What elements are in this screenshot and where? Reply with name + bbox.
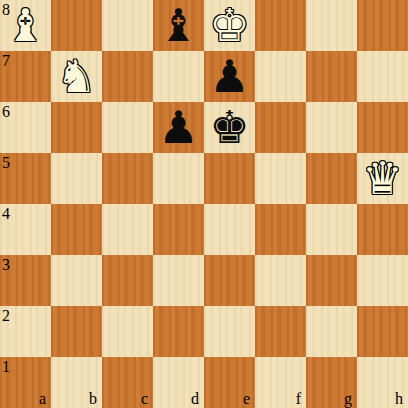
rank-label-1: 1 [2, 359, 10, 375]
square-a7[interactable]: 7 [0, 51, 51, 102]
square-h8[interactable] [357, 0, 408, 51]
square-h6[interactable] [357, 102, 408, 153]
square-h4[interactable] [357, 204, 408, 255]
square-e4[interactable] [204, 204, 255, 255]
chess-board: 8♝♝♚7♞♟6♟♚5♛4321abcdefgh [0, 0, 408, 408]
square-c5[interactable] [102, 153, 153, 204]
rank-label-4: 4 [2, 206, 10, 222]
white-knight[interactable]: ♞ [56, 51, 96, 102]
square-f6[interactable] [255, 102, 306, 153]
square-d7[interactable] [153, 51, 204, 102]
square-a4[interactable]: 4 [0, 204, 51, 255]
square-h5[interactable]: ♛ [357, 153, 408, 204]
file-label-b: b [89, 391, 97, 407]
square-h3[interactable] [357, 255, 408, 306]
file-label-d: d [191, 391, 199, 407]
square-g1[interactable]: g [306, 357, 357, 408]
square-b3[interactable] [51, 255, 102, 306]
square-f5[interactable] [255, 153, 306, 204]
black-pawn[interactable]: ♟ [209, 51, 249, 102]
black-bishop[interactable]: ♝ [158, 0, 198, 51]
square-e7[interactable]: ♟ [204, 51, 255, 102]
file-label-a: a [39, 391, 46, 407]
square-e8[interactable]: ♚ [204, 0, 255, 51]
rank-label-2: 2 [2, 308, 10, 324]
white-king[interactable]: ♚ [209, 0, 249, 51]
square-d3[interactable] [153, 255, 204, 306]
square-a3[interactable]: 3 [0, 255, 51, 306]
square-b5[interactable] [51, 153, 102, 204]
square-a6[interactable]: 6 [0, 102, 51, 153]
square-c1[interactable]: c [102, 357, 153, 408]
file-label-f: f [296, 391, 301, 407]
white-bishop[interactable]: ♝ [5, 0, 45, 51]
rank-label-5: 5 [2, 155, 10, 171]
square-a2[interactable]: 2 [0, 306, 51, 357]
square-f2[interactable] [255, 306, 306, 357]
square-b8[interactable] [51, 0, 102, 51]
square-c2[interactable] [102, 306, 153, 357]
square-a8[interactable]: 8♝ [0, 0, 51, 51]
square-f4[interactable] [255, 204, 306, 255]
square-h7[interactable] [357, 51, 408, 102]
square-c4[interactable] [102, 204, 153, 255]
square-e3[interactable] [204, 255, 255, 306]
square-f8[interactable] [255, 0, 306, 51]
file-label-h: h [395, 391, 403, 407]
square-b6[interactable] [51, 102, 102, 153]
square-e2[interactable] [204, 306, 255, 357]
black-pawn[interactable]: ♟ [158, 102, 198, 153]
black-king[interactable]: ♚ [209, 102, 249, 153]
square-f3[interactable] [255, 255, 306, 306]
square-d6[interactable]: ♟ [153, 102, 204, 153]
square-d4[interactable] [153, 204, 204, 255]
square-d5[interactable] [153, 153, 204, 204]
square-g3[interactable] [306, 255, 357, 306]
square-d1[interactable]: d [153, 357, 204, 408]
square-d2[interactable] [153, 306, 204, 357]
file-label-c: c [141, 391, 148, 407]
square-c8[interactable] [102, 0, 153, 51]
square-c6[interactable] [102, 102, 153, 153]
square-b7[interactable]: ♞ [51, 51, 102, 102]
square-g8[interactable] [306, 0, 357, 51]
rank-label-3: 3 [2, 257, 10, 273]
file-label-g: g [344, 391, 352, 407]
square-g4[interactable] [306, 204, 357, 255]
square-g2[interactable] [306, 306, 357, 357]
square-h1[interactable]: h [357, 357, 408, 408]
square-b1[interactable]: b [51, 357, 102, 408]
rank-label-7: 7 [2, 53, 10, 69]
square-b4[interactable] [51, 204, 102, 255]
square-c3[interactable] [102, 255, 153, 306]
square-a1[interactable]: 1a [0, 357, 51, 408]
square-h2[interactable] [357, 306, 408, 357]
square-e1[interactable]: e [204, 357, 255, 408]
square-b2[interactable] [51, 306, 102, 357]
square-e6[interactable]: ♚ [204, 102, 255, 153]
square-a5[interactable]: 5 [0, 153, 51, 204]
square-g7[interactable] [306, 51, 357, 102]
square-g5[interactable] [306, 153, 357, 204]
square-d8[interactable]: ♝ [153, 0, 204, 51]
square-f1[interactable]: f [255, 357, 306, 408]
square-f7[interactable] [255, 51, 306, 102]
rank-label-6: 6 [2, 104, 10, 120]
square-g6[interactable] [306, 102, 357, 153]
square-e5[interactable] [204, 153, 255, 204]
file-label-e: e [243, 391, 250, 407]
square-c7[interactable] [102, 51, 153, 102]
white-queen[interactable]: ♛ [362, 153, 402, 204]
